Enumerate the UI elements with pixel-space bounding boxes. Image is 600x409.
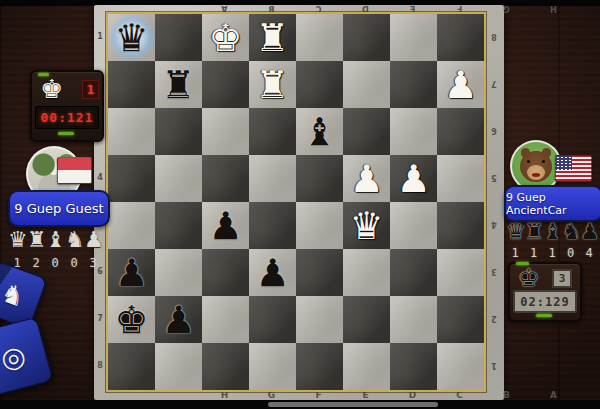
material-count: 1: [543, 246, 561, 260]
square-g4[interactable]: [155, 155, 202, 202]
coord-label: 7: [94, 295, 106, 342]
left-player-name: 9 Guep Guest: [14, 201, 103, 216]
material-piece-icon: ♝: [543, 221, 561, 243]
material-piece-icon: ♝: [46, 229, 64, 251]
square-g7[interactable]: ♟: [155, 296, 202, 343]
black-pawn[interactable]: ♟: [250, 250, 296, 296]
usa-flag: [555, 155, 592, 182]
material-count: 0: [46, 256, 64, 270]
square-c4[interactable]: ♟: [343, 155, 390, 202]
square-d3[interactable]: ♝: [296, 108, 343, 155]
square-h3[interactable]: [108, 108, 155, 155]
square-b1[interactable]: [390, 14, 437, 61]
black-material-counts: 11104: [506, 246, 598, 260]
square-a4[interactable]: [437, 155, 484, 202]
bear-ear: [521, 148, 531, 158]
square-h7[interactable]: ♚: [108, 296, 155, 343]
black-clock-counter: 3: [552, 269, 572, 288]
white-pawn[interactable]: ♟: [344, 156, 390, 202]
square-g8[interactable]: [155, 343, 202, 390]
bear-ear: [542, 148, 552, 158]
square-c6[interactable]: [343, 249, 390, 296]
material-piece-icon: ♟: [580, 221, 598, 243]
square-f6[interactable]: [202, 249, 249, 296]
black-pawn[interactable]: ♟: [203, 203, 249, 249]
white-clock[interactable]: ♚ 1 00:121: [30, 70, 104, 142]
square-a5[interactable]: [437, 202, 484, 249]
blue-die-emblem: ◎: [0, 317, 53, 398]
black-pawn[interactable]: ♟: [156, 297, 202, 343]
right-player-name-badge[interactable]: 9 Guep AncientCar: [504, 185, 600, 222]
white-clock-time: 00:121: [35, 106, 99, 129]
square-g5[interactable]: [155, 202, 202, 249]
white-material-counts: 12003: [8, 256, 102, 270]
coord-label: 3: [485, 248, 503, 295]
black-clock-time: 02:129: [513, 290, 577, 313]
black-king[interactable]: ♚: [109, 297, 155, 343]
square-d1[interactable]: [296, 14, 343, 61]
die-knight-glyph: ♞: [0, 277, 29, 313]
square-c2[interactable]: [343, 61, 390, 108]
square-f2[interactable]: [202, 61, 249, 108]
square-a7[interactable]: [437, 296, 484, 343]
square-e1[interactable]: ♜: [249, 14, 296, 61]
material-piece-icon: ♟: [84, 229, 102, 251]
square-a8[interactable]: [437, 343, 484, 390]
black-bishop[interactable]: ♝: [297, 109, 343, 155]
square-c1[interactable]: [343, 14, 390, 61]
black-king-clock-icon: ♚: [518, 266, 540, 290]
square-c5[interactable]: ♛: [343, 202, 390, 249]
square-a1[interactable]: [437, 14, 484, 61]
square-b4[interactable]: ♟: [390, 155, 437, 202]
black-rook[interactable]: ♜: [156, 62, 202, 108]
coord-label: 8: [94, 342, 106, 389]
square-h5[interactable]: [108, 202, 155, 249]
white-clock-counter: 1: [82, 80, 99, 99]
square-b7[interactable]: [390, 296, 437, 343]
coord-label: 4: [485, 201, 503, 248]
coord-label: 8: [485, 13, 503, 60]
square-h4[interactable]: [108, 155, 155, 202]
square-a3[interactable]: [437, 108, 484, 155]
coord-label: 5: [485, 154, 503, 201]
board-squares: ♛♚♜♜♜♟♝♟♟♟♛♟♟♚♟: [108, 14, 484, 390]
left-player-name-badge[interactable]: 9 Guep Guest: [8, 190, 110, 227]
material-count: 0: [562, 246, 580, 260]
square-g2[interactable]: ♜: [155, 61, 202, 108]
white-king[interactable]: ♚: [203, 15, 249, 61]
square-h6[interactable]: ♟: [108, 249, 155, 296]
square-h2[interactable]: [108, 61, 155, 108]
square-c3[interactable]: [343, 108, 390, 155]
material-piece-icon: ♜: [525, 221, 543, 243]
material-count: 0: [65, 256, 83, 270]
square-a6[interactable]: [437, 249, 484, 296]
black-clock[interactable]: ♚ 3 02:129: [508, 262, 582, 322]
black-pawn[interactable]: ♟: [109, 250, 155, 296]
square-f3[interactable]: [202, 108, 249, 155]
right-player-name: 9 Guep AncientCar: [506, 191, 600, 217]
white-pawn[interactable]: ♟: [391, 156, 437, 202]
usa-flag-canton: [556, 156, 572, 170]
square-b3[interactable]: [390, 108, 437, 155]
material-piece-icon: ♜: [27, 229, 45, 251]
material-piece-icon: ♛: [506, 221, 524, 243]
white-king-clock-icon: ♚: [40, 76, 63, 102]
black-queen[interactable]: ♛: [109, 15, 155, 61]
square-e6[interactable]: ♟: [249, 249, 296, 296]
home-indicator[interactable]: [268, 402, 438, 407]
square-d7[interactable]: [296, 296, 343, 343]
white-pawn[interactable]: ♟: [438, 62, 484, 108]
bear-eye: [527, 160, 530, 163]
coord-label: H: [530, 3, 577, 14]
square-b5[interactable]: [390, 202, 437, 249]
white-queen[interactable]: ♛: [344, 203, 390, 249]
coord-label: 1: [94, 13, 106, 60]
square-f1[interactable]: ♚: [202, 14, 249, 61]
material-count: 3: [84, 256, 102, 270]
square-e8[interactable]: [249, 343, 296, 390]
material-count: 1: [506, 246, 524, 260]
black-material-icons: ♛♜♝♞♟: [506, 219, 598, 245]
clock-led-indicator: [536, 314, 552, 317]
rank-labels-right: 12345678: [485, 13, 503, 389]
square-a2[interactable]: ♟: [437, 61, 484, 108]
square-h1[interactable]: ♛: [108, 14, 155, 61]
white-rook[interactable]: ♜: [250, 15, 296, 61]
square-f7[interactable]: [202, 296, 249, 343]
bear-muzzle: [527, 165, 545, 180]
bear-avatar-image: [520, 151, 552, 183]
square-d8[interactable]: [296, 343, 343, 390]
coord-label: 2: [485, 295, 503, 342]
indonesia-flag: [57, 157, 92, 184]
square-b8[interactable]: [390, 343, 437, 390]
material-piece-icon: ♞: [562, 221, 580, 243]
square-e7[interactable]: [249, 296, 296, 343]
die-emblem-glyph: ◎: [0, 338, 29, 376]
clock-led-indicator: [58, 132, 74, 135]
chess-app-screen: HGFEDCBA HGFEDCBA 12345678 12345678 ♛♚♜♜…: [0, 0, 600, 409]
square-b2[interactable]: [390, 61, 437, 108]
square-f8[interactable]: [202, 343, 249, 390]
white-rook[interactable]: ♜: [250, 62, 296, 108]
square-f4[interactable]: [202, 155, 249, 202]
square-h8[interactable]: [108, 343, 155, 390]
material-count: 1: [525, 246, 543, 260]
square-g1[interactable]: [155, 14, 202, 61]
coord-label: 1: [485, 342, 503, 389]
square-f5[interactable]: ♟: [202, 202, 249, 249]
material-count: 2: [27, 256, 45, 270]
square-e3[interactable]: [249, 108, 296, 155]
square-g3[interactable]: [155, 108, 202, 155]
square-e5[interactable]: [249, 202, 296, 249]
square-b6[interactable]: [390, 249, 437, 296]
material-count: 4: [580, 246, 598, 260]
material-piece-icon: ♛: [8, 229, 26, 251]
coord-label: 6: [485, 107, 503, 154]
square-e2[interactable]: ♜: [249, 61, 296, 108]
square-c8[interactable]: [343, 343, 390, 390]
square-d4[interactable]: [296, 155, 343, 202]
square-g6[interactable]: [155, 249, 202, 296]
square-d6[interactable]: [296, 249, 343, 296]
chess-board[interactable]: ♛♚♜♜♜♟♝♟♟♟♛♟♟♚♟: [106, 12, 486, 392]
square-d5[interactable]: [296, 202, 343, 249]
square-e4[interactable]: [249, 155, 296, 202]
material-piece-icon: ♞: [65, 229, 83, 251]
coord-label: 7: [485, 60, 503, 107]
square-d2[interactable]: [296, 61, 343, 108]
white-material-icons: ♛♜♝♞♟: [8, 226, 102, 254]
bear-eye: [542, 160, 545, 163]
square-c7[interactable]: [343, 296, 390, 343]
